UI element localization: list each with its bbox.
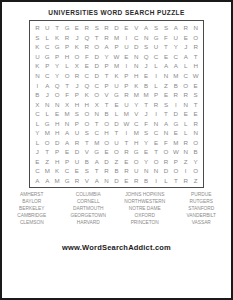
grid-cell: T (171, 176, 181, 186)
grid-cell: A (62, 128, 72, 138)
grid-cell: C (82, 71, 92, 81)
grid-cell: T (52, 23, 62, 33)
grid-cell: L (181, 118, 191, 128)
grid-cell: F (161, 33, 171, 43)
grid-cell: R (82, 42, 92, 52)
grid-cell: N (131, 61, 141, 71)
grid-cell: A (42, 176, 52, 186)
grid-cell: R (72, 176, 82, 186)
grid-cell: R (131, 176, 141, 186)
grid-cell: U (131, 166, 141, 176)
grid-cell: D (112, 176, 122, 186)
grid-cell: R (181, 138, 191, 148)
grid-cell: O (161, 147, 171, 157)
grid-cell: A (141, 23, 151, 33)
grid-cell: R (181, 23, 191, 33)
grid-cell: C (131, 33, 141, 43)
grid-cell: J (141, 61, 151, 71)
grid-cell: H (102, 128, 112, 138)
grid-cell: I (121, 128, 131, 138)
grid-cell: Y (141, 138, 151, 148)
grid-cell: N (161, 71, 171, 81)
grid-cell: E (72, 23, 82, 33)
grid-cell: E (141, 71, 151, 81)
word-list-column: PURDUERUTGERSSTANFORDVANDERBILTVASSAR (173, 192, 230, 227)
grid-cell: O (112, 147, 122, 157)
grid-cell: E (72, 166, 82, 176)
grid-cell: S (32, 33, 42, 43)
word-item: STANFORD (173, 206, 230, 213)
grid-cell: R (191, 118, 201, 128)
grid-cell: J (72, 33, 82, 43)
grid-cell: L (42, 33, 52, 43)
grid-cell: V (131, 109, 141, 119)
grid-cell: J (42, 90, 52, 100)
grid-cell: P (62, 157, 72, 167)
grid-cell: U (72, 128, 82, 138)
grid-cell: A (161, 61, 171, 71)
grid-cell: C (181, 71, 191, 81)
word-item: RUTGERS (173, 199, 230, 206)
grid-cell: J (141, 109, 151, 119)
grid-cell: W (171, 147, 181, 157)
grid-cell: P (121, 71, 131, 81)
grid-cell: D (92, 71, 102, 81)
grid-cell: N (161, 128, 171, 138)
word-item: OXFORD (117, 213, 174, 220)
grid-cell: G (42, 118, 52, 128)
grid-cell: B (141, 80, 151, 90)
grid-cell: K (112, 71, 122, 81)
grid-cell: E (121, 52, 131, 62)
grid-cell: R (151, 99, 161, 109)
grid-cell: T (141, 99, 151, 109)
grid-cell: P (112, 42, 122, 52)
grid-cell: U (112, 138, 122, 148)
grid-cell: E (171, 128, 181, 138)
grid-cell: V (82, 147, 92, 157)
grid-cell: Q (82, 80, 92, 90)
grid-cell: J (72, 80, 82, 90)
grid-cell: C (171, 52, 181, 62)
grid-cell: B (191, 147, 201, 157)
grid-cell: E (151, 138, 161, 148)
grid-cell: Q (52, 80, 62, 90)
grid-cell: H (72, 99, 82, 109)
grid-cell: P (121, 80, 131, 90)
grid-cell: J (181, 42, 191, 52)
grid-cell: S (141, 42, 151, 52)
word-list: AMHERSTBAYLORBERKELEYCAMBRIDGECLEMSONCOL… (4, 192, 230, 227)
grid-cell: C (62, 166, 72, 176)
grid-cell: R (32, 23, 42, 33)
grid-cell: E (161, 52, 171, 62)
grid-cell: T (112, 128, 122, 138)
grid-cell: N (181, 147, 191, 157)
grid-cell: U (171, 33, 181, 43)
grid-cell: I (151, 71, 161, 81)
grid-cell: E (121, 23, 131, 33)
grid-cell: C (151, 128, 161, 138)
grid-cell: G (52, 42, 62, 52)
grid-cell: R (181, 176, 191, 186)
grid-cell: T (92, 166, 102, 176)
grid-cell: Y (102, 52, 112, 62)
grid-cell: L (151, 61, 161, 71)
grid-cell: E (191, 80, 201, 90)
grid-cell: R (191, 42, 201, 52)
grid-cell: M (42, 166, 52, 176)
grid-cell: K (82, 90, 92, 100)
grid-cell: M (141, 90, 151, 100)
grid-cell: E (82, 61, 92, 71)
grid-cell: E (161, 90, 171, 100)
grid-cell: B (82, 157, 92, 167)
grid-cell: D (171, 109, 181, 119)
grid-cell: U (151, 42, 161, 52)
grid-cell: O (191, 138, 201, 148)
grid-cell: R (82, 23, 92, 33)
grid-cell: Y (52, 71, 62, 81)
grid-cell: S (82, 166, 92, 176)
grid-cell: M (171, 71, 181, 81)
grid-cell: D (52, 138, 62, 148)
grid-cell: P (52, 52, 62, 62)
grid-cell: N (62, 118, 72, 128)
word-item: PURDUE (173, 192, 230, 199)
grid-cell: J (32, 147, 42, 157)
grid-cell: A (62, 138, 72, 148)
grid-cell: G (62, 176, 72, 186)
word-item: NORTHWESTERN (117, 199, 174, 206)
grid-cell: S (92, 23, 102, 33)
grid-cell: C (42, 42, 52, 52)
grid-cell: X (92, 99, 102, 109)
word-item: DARTMOUTH (60, 206, 117, 213)
grid-cell: E (141, 147, 151, 157)
grid-cell: K (52, 166, 62, 176)
grid-cell: T (42, 147, 52, 157)
grid-cell: O (42, 138, 52, 148)
grid-cell: R (102, 23, 112, 33)
grid-cell: U (72, 157, 82, 167)
grid-cell: T (92, 33, 102, 43)
grid-cell: E (121, 176, 131, 186)
grid-cell: T (191, 99, 201, 109)
grid-cell: Y (191, 157, 201, 167)
grid-cell: O (191, 33, 201, 43)
grid-cell: Y (52, 61, 62, 71)
grid-cell: O (92, 90, 102, 100)
grid-cell: X (62, 99, 72, 109)
grid-cell: H (131, 138, 141, 148)
grid-cell: G (151, 33, 161, 43)
grid-cell: T (121, 138, 131, 148)
grid-cell: Z (42, 157, 52, 167)
grid-cell: M (112, 61, 122, 71)
grid-cell: L (161, 176, 171, 186)
grid-cell: K (52, 33, 62, 43)
grid-cell: K (72, 42, 82, 52)
grid-cell: C (131, 118, 141, 128)
grid-cell: Y (32, 128, 42, 138)
grid-cell: L (181, 128, 191, 138)
grid-cell: I (171, 99, 181, 109)
grid-cell: Q (141, 52, 151, 62)
grid-cell: R (181, 90, 191, 100)
puzzle-grid: RUTGERSRDEVASSARNSLKRJQTRMICNGFUEOKCGPKR… (32, 23, 200, 185)
grid-cell: R (102, 33, 112, 43)
grid-cell: P (102, 61, 112, 71)
grid-cell: E (191, 109, 201, 119)
grid-cell: I (151, 109, 161, 119)
grid-cell: T (102, 99, 112, 109)
grid-cell: N (151, 118, 161, 128)
puzzle-page: UNIVERSITIES WORD SEARCH PUZZLE RUTGERSR… (0, 0, 233, 300)
website-url: www.WordSearchAddict.com (2, 243, 231, 252)
grid-cell: F (141, 118, 151, 128)
grid-cell: I (151, 176, 161, 186)
grid-cell: M (52, 176, 62, 186)
word-item: BAYLOR (4, 199, 61, 206)
grid-cell: N (102, 176, 112, 186)
grid-cell: P (171, 157, 181, 167)
grid-cell: D (92, 52, 102, 62)
grid-cell: U (42, 23, 52, 33)
grid-cell: N (52, 99, 62, 109)
grid-cell: T (82, 138, 92, 148)
grid-cell: U (121, 42, 131, 52)
grid-cell: R (72, 71, 82, 81)
grid-cell: T (161, 109, 171, 119)
word-list-column: JOHNS HOPKINSNORTHWESTERNNOTRE DAMEOXFOR… (117, 192, 174, 227)
grid-cell: T (151, 147, 161, 157)
grid-cell: E (181, 109, 191, 119)
grid-cell: B (112, 166, 122, 176)
grid-cell: P (72, 118, 82, 128)
grid-cell: N (191, 23, 201, 33)
grid-cell: V (102, 90, 112, 100)
grid-cell: D (161, 166, 171, 176)
grid-cell: H (191, 61, 201, 71)
grid-cell: S (161, 99, 171, 109)
page-title: UNIVERSITIES WORD SEARCH PUZZLE (2, 9, 231, 16)
grid-cell: L (32, 138, 42, 148)
grid-cell: O (52, 90, 62, 100)
grid-cell: L (112, 109, 122, 119)
grid-cell: G (131, 147, 141, 157)
grid-cell: F (161, 138, 171, 148)
grid-cell: C (42, 71, 52, 81)
grid-cell: K (32, 61, 42, 71)
grid-cell: O (92, 42, 102, 52)
grid-cell: N (32, 71, 42, 81)
grid-cell: I (121, 61, 131, 71)
word-item: NOTRE DAME (117, 206, 174, 213)
grid-cell: W (112, 52, 122, 62)
grid-cell: E (112, 99, 122, 109)
grid-cell: V (82, 176, 92, 186)
grid-cell: M (171, 138, 181, 148)
grid-cell: U (112, 80, 122, 90)
word-list-column: COLUMBIACORNELLDARTMOUTHGEORGETOWNHARVAR… (60, 192, 117, 227)
grid-cell: H (82, 99, 92, 109)
grid-cell: O (102, 118, 112, 128)
grid-cell: W (121, 118, 131, 128)
grid-cell: E (102, 147, 112, 157)
grid-cell: W (191, 71, 201, 81)
word-item: CLEMSON (4, 220, 61, 227)
grid-cell: A (102, 42, 112, 52)
grid-cell: D (112, 23, 122, 33)
grid-cell: T (62, 80, 72, 90)
grid-cell: S (161, 23, 171, 33)
grid-cell: A (171, 23, 181, 33)
grid-cell: B (32, 90, 42, 100)
grid-cell: P (62, 42, 72, 52)
grid-cell: A (161, 118, 171, 128)
grid-cell: F (62, 90, 72, 100)
grid-cell: A (92, 157, 102, 167)
grid-cell: N (191, 128, 201, 138)
grid-cell: M (42, 128, 52, 138)
grid-cell: C (92, 80, 102, 90)
grid-cell: K (32, 42, 42, 52)
grid-cell: L (42, 109, 52, 119)
grid-cell: S (141, 128, 151, 138)
grid-cell: N (141, 33, 151, 43)
word-item: CAMBRIDGE (4, 213, 61, 220)
grid-cell: U (32, 52, 42, 62)
grid-cell: Z (161, 80, 171, 90)
grid-cell: Y (171, 42, 181, 52)
grid-cell: L (151, 80, 161, 90)
grid-cell: R (121, 147, 131, 157)
grid-cell: D (102, 157, 112, 167)
grid-cell: Y (131, 99, 141, 109)
grid-cell: O (72, 52, 82, 62)
puzzle-grid-frame: RUTGERSRDEVASSARNSLKRJQTRMICNGFUEOKCGPKR… (29, 20, 203, 188)
grid-cell: Z (112, 157, 122, 167)
grid-cell: O (102, 138, 112, 148)
grid-cell: S (82, 128, 92, 138)
grid-cell: E (181, 33, 191, 43)
word-item: GEORGETOWN (60, 213, 117, 220)
grid-cell: O (131, 157, 141, 167)
grid-cell: F (82, 52, 92, 62)
grid-cell: R (62, 33, 72, 43)
grid-cell: E (32, 157, 42, 167)
grid-cell: D (92, 61, 102, 71)
grid-cell: A (92, 176, 102, 186)
grid-cell: H (52, 118, 62, 128)
word-item: VASSAR (173, 220, 230, 227)
grid-cell: U (121, 99, 131, 109)
grid-cell: C (32, 109, 42, 119)
grid-cell: X (32, 99, 42, 109)
grid-cell: S (151, 23, 161, 33)
word-item: PRINCETON (117, 220, 174, 227)
grid-cell: A (32, 176, 42, 186)
grid-cell: O (151, 157, 161, 167)
grid-cell: P (42, 61, 52, 71)
grid-cell: P (72, 90, 82, 100)
grid-cell: B (171, 80, 181, 90)
grid-cell: R (161, 157, 171, 167)
grid-cell: B (102, 109, 112, 119)
grid-cell: R (171, 90, 181, 100)
grid-cell: H (52, 128, 62, 138)
grid-cell: N (141, 166, 151, 176)
grid-cell: K (131, 80, 141, 90)
grid-cell: C (32, 166, 42, 176)
grid-cell: O (191, 166, 201, 176)
grid-cell: O (62, 71, 72, 81)
grid-cell: G (62, 23, 72, 33)
grid-cell: V (131, 23, 141, 33)
word-item: COLUMBIA (60, 192, 117, 199)
grid-cell: N (92, 109, 102, 119)
grid-cell: T (191, 52, 201, 62)
grid-cell: C (92, 128, 102, 138)
grid-cell: T (161, 42, 171, 52)
grid-cell: D (72, 147, 82, 157)
word-item: HARVARD (60, 220, 117, 227)
grid-cell: P (52, 147, 62, 157)
grid-cell: G (92, 147, 102, 157)
grid-cell: A (181, 52, 191, 62)
grid-cell: S (191, 90, 201, 100)
grid-cell: M (131, 128, 141, 138)
grid-cell: D (131, 42, 141, 52)
grid-cell: H (52, 157, 62, 167)
grid-cell: I (121, 33, 131, 43)
grid-cell: E (121, 157, 131, 167)
grid-cell: L (62, 61, 72, 71)
grid-cell: B (141, 176, 151, 186)
grid-cell: T (102, 71, 112, 81)
grid-cell: H (131, 71, 141, 81)
grid-cell: N (151, 166, 161, 176)
grid-cell: O (82, 109, 92, 119)
grid-cell: G (42, 52, 52, 62)
grid-cell: O (171, 166, 181, 176)
grid-cell: T (92, 118, 102, 128)
grid-cell: R (72, 138, 82, 148)
grid-cell: N (181, 99, 191, 109)
grid-cell: R (102, 166, 112, 176)
grid-cell: M (131, 90, 141, 100)
grid-cell: R (121, 90, 131, 100)
grid-cell: P (102, 80, 112, 90)
grid-cell: Y (141, 157, 151, 167)
grid-cell: X (72, 61, 82, 71)
word-item: VANDERBILT (173, 213, 230, 220)
grid-cell: L (181, 61, 191, 71)
grid-cell: A (42, 80, 52, 90)
grid-cell: O (82, 118, 92, 128)
word-item: BERKELEY (4, 206, 61, 213)
grid-cell: H (62, 52, 72, 62)
grid-cell: O (181, 80, 191, 90)
grid-cell: N (131, 52, 141, 62)
word-item: AMHERST (4, 192, 61, 199)
word-item: JOHNS HOPKINS (117, 192, 174, 199)
grid-cell: M (121, 109, 131, 119)
grid-cell: Q (82, 33, 92, 43)
grid-cell: Z (181, 157, 191, 167)
grid-cell: E (62, 147, 72, 157)
